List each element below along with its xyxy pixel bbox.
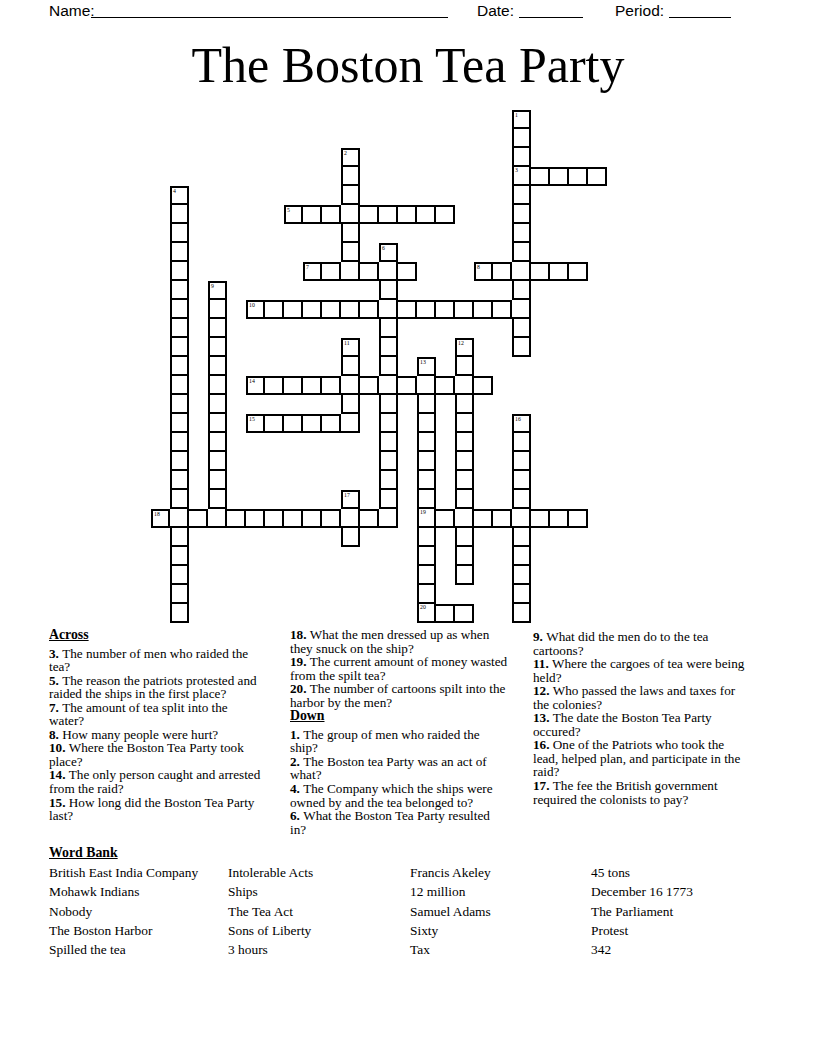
clue-11-down: 11. Where the cargoes of tea were being …: [533, 657, 769, 684]
cell-r17-c19[interactable]: [512, 433, 531, 452]
cell-r7-c19[interactable]: [512, 243, 531, 262]
cell-r14-c12[interactable]: [379, 376, 398, 395]
clue-5-across: 5. The reason the patriots protested and…: [49, 674, 289, 701]
cell-r5-c7[interactable]: 5: [284, 205, 303, 224]
cell-r17-c16[interactable]: [455, 433, 474, 452]
cell-r5-c1[interactable]: [170, 205, 189, 224]
cell-r14-c9[interactable]: [322, 376, 341, 395]
word-bank-item: The Boston Harbor: [49, 921, 198, 940]
cell-r15-c1[interactable]: [170, 395, 189, 414]
cell-r3-c10[interactable]: [341, 167, 360, 186]
cell-r25-c14[interactable]: [417, 585, 436, 604]
cell-r10-c11[interactable]: [360, 300, 379, 319]
clues-column-2: 18. What the men dressed up as when they…: [290, 628, 530, 836]
cell-r8-c10[interactable]: [341, 262, 360, 281]
cell-r10-c7[interactable]: [284, 300, 303, 319]
cell-r18-c19[interactable]: [512, 452, 531, 471]
word-bank-col-3: Francis Akeley12 millionSamuel AdamsSixt…: [410, 863, 491, 959]
cell-r16-c3[interactable]: [208, 414, 227, 433]
cell-r8-c12[interactable]: [379, 262, 398, 281]
cell-r8-c19[interactable]: [512, 262, 531, 281]
word-bank-item: Francis Akeley: [410, 863, 491, 882]
clue-14-across: 14. The only person caught and arrested …: [49, 768, 289, 795]
cell-r25-c19[interactable]: [512, 585, 531, 604]
cell-r10-c6[interactable]: [265, 300, 284, 319]
cell-r16-c19[interactable]: 16: [512, 414, 531, 433]
cell-r22-c19[interactable]: [512, 528, 531, 547]
cell-r15-c10[interactable]: [341, 395, 360, 414]
word-bank-item: 45 tons: [591, 863, 693, 882]
cell-r16-c8[interactable]: [303, 414, 322, 433]
cell-r14-c1[interactable]: [170, 376, 189, 395]
cell-r16-c5[interactable]: 15: [246, 414, 265, 433]
cell-r7-c1[interactable]: [170, 243, 189, 262]
cell-r5-c10[interactable]: [341, 205, 360, 224]
cell-number-16: 16: [515, 416, 521, 423]
cell-r10-c9[interactable]: [322, 300, 341, 319]
cell-r14-c10[interactable]: [341, 376, 360, 395]
cell-r22-c1[interactable]: [170, 528, 189, 547]
cell-r17-c14[interactable]: [417, 433, 436, 452]
cell-number-14: 14: [249, 378, 255, 385]
cell-r5-c14[interactable]: [417, 205, 436, 224]
cell-r23-c16[interactable]: [455, 547, 474, 566]
cell-r21-c18[interactable]: [493, 509, 512, 528]
cell-r4-c1[interactable]: 4: [170, 186, 189, 205]
cell-number-13: 13: [420, 359, 426, 366]
cell-r21-c1[interactable]: [170, 509, 189, 528]
cell-r13-c1[interactable]: [170, 357, 189, 376]
cell-r18-c16[interactable]: [455, 452, 474, 471]
cell-r9-c1[interactable]: [170, 281, 189, 300]
cell-r5-c12[interactable]: [379, 205, 398, 224]
word-bank-heading: Word Bank: [49, 845, 118, 861]
cell-r16-c10[interactable]: [341, 414, 360, 433]
clue-2-down: 2. The Boston tea Party was an act of wh…: [290, 755, 530, 782]
cell-r20-c3[interactable]: [208, 490, 227, 509]
clue-16-down: 16. One of the Patriots who took the lea…: [533, 738, 769, 779]
clue-9-down: 9. What did the men do to the tea cartoo…: [533, 630, 769, 657]
cell-r17-c1[interactable]: [170, 433, 189, 452]
word-bank-col-2: Intolerable ActsShipsThe Tea ActSons of …: [228, 863, 313, 959]
cell-r15-c3[interactable]: [208, 395, 227, 414]
clue-3-across: 3. The number of men who raided the tea?: [49, 647, 289, 674]
word-bank-item: Samuel Adams: [410, 902, 491, 921]
cell-r1-c19[interactable]: [512, 129, 531, 148]
cell-number-15: 15: [249, 416, 255, 423]
cell-r26-c19[interactable]: [512, 604, 531, 623]
cell-r22-c10[interactable]: [341, 528, 360, 547]
clues-column-3: 9. What did the men do to the tea cartoo…: [533, 630, 769, 806]
across-heading: Across: [49, 628, 289, 642]
cell-r21-c3[interactable]: [208, 509, 227, 528]
cell-r21-c8[interactable]: [303, 509, 322, 528]
cell-r8-c8[interactable]: 7: [303, 262, 322, 281]
cell-r19-c1[interactable]: [170, 471, 189, 490]
cell-r14-c15[interactable]: [436, 376, 455, 395]
cell-r10-c14[interactable]: [417, 300, 436, 319]
cell-r7-c10[interactable]: [341, 243, 360, 262]
cell-r3-c23[interactable]: [588, 167, 607, 186]
period-input-line[interactable]: [669, 2, 731, 18]
cell-r26-c14[interactable]: 20: [417, 604, 436, 623]
cell-r10-c19[interactable]: [512, 300, 531, 319]
cell-r20-c14[interactable]: [417, 490, 436, 509]
cell-r12-c19[interactable]: [512, 338, 531, 357]
cell-r5-c8[interactable]: [303, 205, 322, 224]
cell-number-12: 12: [458, 340, 464, 347]
cell-r8-c21[interactable]: [550, 262, 569, 281]
cell-r21-c11[interactable]: [360, 509, 379, 528]
cell-r10-c12[interactable]: [379, 300, 398, 319]
cell-r18-c12[interactable]: [379, 452, 398, 471]
cell-r12-c10[interactable]: 11: [341, 338, 360, 357]
cell-r0-c19[interactable]: 1: [512, 110, 531, 129]
cell-r8-c22[interactable]: [569, 262, 588, 281]
word-bank-item: Nobody: [49, 902, 198, 921]
cell-r10-c3[interactable]: [208, 300, 227, 319]
word-bank-col-1: British East India CompanyMohawk Indians…: [49, 863, 198, 959]
cell-r2-c10[interactable]: 2: [341, 148, 360, 167]
cell-number-19: 19: [420, 509, 426, 516]
cell-r20-c16[interactable]: [455, 490, 474, 509]
word-bank-item: Sixty: [410, 921, 491, 940]
cell-r26-c1[interactable]: [170, 604, 189, 623]
cell-r24-c16[interactable]: [455, 566, 474, 585]
cell-r4-c19[interactable]: [512, 186, 531, 205]
cell-r24-c1[interactable]: [170, 566, 189, 585]
cell-r12-c3[interactable]: [208, 338, 227, 357]
cell-r10-c1[interactable]: [170, 300, 189, 319]
cell-r10-c16[interactable]: [455, 300, 474, 319]
cell-r23-c14[interactable]: [417, 547, 436, 566]
cell-r10-c17[interactable]: [474, 300, 493, 319]
word-bank-item: Spilled the tea: [49, 940, 198, 959]
word-bank-item: The Parliament: [591, 902, 693, 921]
cell-r3-c22[interactable]: [569, 167, 588, 186]
cell-r14-c6[interactable]: [265, 376, 284, 395]
clue-18-across: 18. What the men dressed up as when they…: [290, 628, 530, 655]
cell-r6-c19[interactable]: [512, 224, 531, 243]
cell-r13-c12[interactable]: [379, 357, 398, 376]
cell-number-2: 2: [344, 150, 347, 157]
period-label: Period:: [615, 2, 664, 19]
cell-r20-c19[interactable]: [512, 490, 531, 509]
cell-number-11: 11: [344, 340, 350, 347]
cell-r20-c1[interactable]: [170, 490, 189, 509]
cell-r13-c16[interactable]: [455, 357, 474, 376]
cell-r13-c10[interactable]: [341, 357, 360, 376]
cell-r7-c12[interactable]: 6: [379, 243, 398, 262]
cell-r19-c3[interactable]: [208, 471, 227, 490]
word-bank-item: British East India Company: [49, 863, 198, 882]
cell-r10-c13[interactable]: [398, 300, 417, 319]
cell-r20-c10[interactable]: 17: [341, 490, 360, 509]
cell-r21-c16[interactable]: [455, 509, 474, 528]
cell-r5-c9[interactable]: [322, 205, 341, 224]
cell-number-10: 10: [249, 302, 255, 309]
word-bank-item: Tax: [410, 940, 491, 959]
cell-r26-c15[interactable]: [436, 604, 455, 623]
cell-r21-c14[interactable]: 19: [417, 509, 436, 528]
word-bank-item: The Tea Act: [228, 902, 313, 921]
cell-r3-c21[interactable]: [550, 167, 569, 186]
cell-r24-c19[interactable]: [512, 566, 531, 585]
cell-r18-c1[interactable]: [170, 452, 189, 471]
cell-r8-c9[interactable]: [322, 262, 341, 281]
cell-r16-c12[interactable]: [379, 414, 398, 433]
cell-r21-c19[interactable]: [512, 509, 531, 528]
date-label: Date:: [477, 2, 514, 19]
cell-r21-c9[interactable]: [322, 509, 341, 528]
cell-r21-c20[interactable]: [531, 509, 550, 528]
crossword-grid: 1324567891011121319201415161718: [151, 110, 609, 625]
cell-number-9: 9: [211, 283, 214, 290]
cell-r19-c14[interactable]: [417, 471, 436, 490]
cell-r10-c10[interactable]: [341, 300, 360, 319]
cell-r9-c3[interactable]: 9: [208, 281, 227, 300]
cell-r16-c1[interactable]: [170, 414, 189, 433]
cell-number-17: 17: [344, 492, 350, 499]
cell-r10-c15[interactable]: [436, 300, 455, 319]
cell-r14-c13[interactable]: [398, 376, 417, 395]
word-bank-item: 3 hours: [228, 940, 313, 959]
cell-r12-c12[interactable]: [379, 338, 398, 357]
word-bank-item: Sons of Liberty: [228, 921, 313, 940]
clue-7-across: 7. The amount of tea split into the wate…: [49, 701, 289, 728]
cell-r21-c0[interactable]: 18: [151, 509, 170, 528]
clue-15-across: 15. How long did the Boston Tea Party la…: [49, 796, 289, 823]
cell-r8-c20[interactable]: [531, 262, 550, 281]
cell-r24-c14[interactable]: [417, 566, 436, 585]
cell-r25-c1[interactable]: [170, 585, 189, 604]
cell-r11-c1[interactable]: [170, 319, 189, 338]
cell-number-5: 5: [287, 207, 290, 214]
cell-number-18: 18: [154, 511, 160, 518]
clue-19-across: 19. The current amount of money wasted f…: [290, 655, 530, 682]
date-input-line[interactable]: [519, 2, 583, 18]
cell-r10-c5[interactable]: 10: [246, 300, 265, 319]
cell-r22-c14[interactable]: [417, 528, 436, 547]
cell-r8-c18[interactable]: [493, 262, 512, 281]
cell-r19-c12[interactable]: [379, 471, 398, 490]
word-bank-item: 342: [591, 940, 693, 959]
clue-8-across: 8. How many people were hurt?: [49, 728, 289, 742]
cell-r23-c19[interactable]: [512, 547, 531, 566]
cell-r21-c10[interactable]: [341, 509, 360, 528]
cell-number-8: 8: [477, 264, 480, 271]
cell-r16-c14[interactable]: [417, 414, 436, 433]
cell-r14-c8[interactable]: [303, 376, 322, 395]
cell-r17-c12[interactable]: [379, 433, 398, 452]
clue-6-down: 6. What the Boston Tea Party resulted in…: [290, 809, 530, 836]
cell-r5-c19[interactable]: [512, 205, 531, 224]
clue-10-across: 10. Where the Boston Tea Party took plac…: [49, 741, 289, 768]
word-bank-item: Protest: [591, 921, 693, 940]
word-bank-item: December 16 1773: [591, 882, 693, 901]
cell-r21-c2[interactable]: [189, 509, 208, 528]
cell-r3-c20[interactable]: [531, 167, 550, 186]
cell-r14-c17[interactable]: [474, 376, 493, 395]
cell-r14-c7[interactable]: [284, 376, 303, 395]
cell-number-1: 1: [515, 112, 518, 119]
cell-r19-c16[interactable]: [455, 471, 474, 490]
cell-r13-c3[interactable]: [208, 357, 227, 376]
cell-r19-c19[interactable]: [512, 471, 531, 490]
clue-20-across: 20. The number of cartoons spilt into th…: [290, 682, 530, 709]
cell-r8-c11[interactable]: [360, 262, 379, 281]
cell-r22-c16[interactable]: [455, 528, 474, 547]
cell-r21-c6[interactable]: [265, 509, 284, 528]
cell-r18-c3[interactable]: [208, 452, 227, 471]
cell-r8-c17[interactable]: 8: [474, 262, 493, 281]
cell-r16-c9[interactable]: [322, 414, 341, 433]
cell-r14-c11[interactable]: [360, 376, 379, 395]
cell-r18-c14[interactable]: [417, 452, 436, 471]
cell-r16-c6[interactable]: [265, 414, 284, 433]
cell-number-3: 3: [515, 167, 518, 174]
clue-4-down: 4. The Company which the ships were owne…: [290, 782, 530, 809]
cell-r21-c7[interactable]: [284, 509, 303, 528]
clue-13-down: 13. The date the Boston Tea Party occure…: [533, 711, 769, 738]
cell-r21-c5[interactable]: [246, 509, 265, 528]
cell-r14-c5[interactable]: 14: [246, 376, 265, 395]
word-bank-item: Ships: [228, 882, 313, 901]
cell-r5-c13[interactable]: [398, 205, 417, 224]
cell-r21-c21[interactable]: [550, 509, 569, 528]
cell-r15-c12[interactable]: [379, 395, 398, 414]
cell-r6-c10[interactable]: [341, 224, 360, 243]
cell-r8-c1[interactable]: [170, 262, 189, 281]
cell-r14-c16[interactable]: [455, 376, 474, 395]
cell-r3-c19[interactable]: 3: [512, 167, 531, 186]
cell-r9-c19[interactable]: [512, 281, 531, 300]
cell-r26-c16[interactable]: [455, 604, 474, 623]
cell-r21-c17[interactable]: [474, 509, 493, 528]
cell-r13-c14[interactable]: 13: [417, 357, 436, 376]
cell-r11-c12[interactable]: [379, 319, 398, 338]
cell-r15-c14[interactable]: [417, 395, 436, 414]
worksheet-page: Name: Date: Period: The Boston Tea Party…: [0, 0, 816, 1056]
cell-number-7: 7: [306, 264, 309, 271]
cell-r12-c1[interactable]: [170, 338, 189, 357]
cell-r8-c13[interactable]: [398, 262, 417, 281]
cell-r11-c3[interactable]: [208, 319, 227, 338]
cell-r21-c22[interactable]: [569, 509, 588, 528]
cell-r16-c7[interactable]: [284, 414, 303, 433]
cell-r20-c12[interactable]: [379, 490, 398, 509]
cell-r14-c3[interactable]: [208, 376, 227, 395]
clue-17-down: 17. The fee the British government requi…: [533, 779, 769, 806]
cell-number-4: 4: [173, 188, 176, 195]
cell-r4-c10[interactable]: [341, 186, 360, 205]
cell-r17-c3[interactable]: [208, 433, 227, 452]
cell-r16-c16[interactable]: [455, 414, 474, 433]
cell-r5-c15[interactable]: [436, 205, 455, 224]
word-bank-item: 12 million: [410, 882, 491, 901]
cell-r23-c1[interactable]: [170, 547, 189, 566]
clues-column-1: Across3. The number of men who raided th…: [49, 628, 289, 823]
cell-r15-c16[interactable]: [455, 395, 474, 414]
name-input-line[interactable]: [91, 2, 448, 18]
cell-r10-c18[interactable]: [493, 300, 512, 319]
cell-number-20: 20: [420, 604, 426, 611]
cell-r9-c12[interactable]: [379, 281, 398, 300]
cell-r21-c15[interactable]: [436, 509, 455, 528]
word-bank-item: Mohawk Indians: [49, 882, 198, 901]
cell-r5-c11[interactable]: [360, 205, 379, 224]
cell-r21-c12[interactable]: [379, 509, 398, 528]
cell-r12-c16[interactable]: 12: [455, 338, 474, 357]
down-heading: Down: [290, 709, 530, 723]
word-bank-item: Intolerable Acts: [228, 863, 313, 882]
clue-12-down: 12. Who passed the laws and taxes for th…: [533, 684, 769, 711]
cell-r21-c4[interactable]: [227, 509, 246, 528]
cell-number-6: 6: [382, 245, 385, 252]
name-label: Name:: [49, 2, 95, 19]
cell-r10-c8[interactable]: [303, 300, 322, 319]
clue-1-down: 1. The group of men who raided the ship?: [290, 728, 530, 755]
cell-r6-c1[interactable]: [170, 224, 189, 243]
cell-r2-c19[interactable]: [512, 148, 531, 167]
cell-r14-c14[interactable]: [417, 376, 436, 395]
page-title: The Boston Tea Party: [0, 37, 816, 93]
word-bank-col-4: 45 tonsDecember 16 1773The ParliamentPro…: [591, 863, 693, 959]
cell-r11-c19[interactable]: [512, 319, 531, 338]
